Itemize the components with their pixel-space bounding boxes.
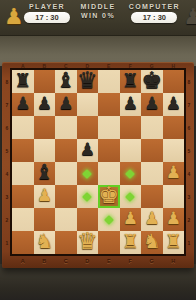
piece-white-king: ♚ bbox=[98, 185, 120, 208]
square-f6[interactable] bbox=[120, 116, 142, 139]
square-c6[interactable] bbox=[55, 116, 77, 139]
coord-label: 4 bbox=[3, 162, 11, 185]
header-bar: ♟ PLAYER 17 : 30 MIDDLE WIN 0% COMPUTER … bbox=[0, 0, 196, 36]
piece-black-rook: ♜ bbox=[120, 70, 142, 93]
coord-label: F bbox=[120, 258, 142, 264]
square-g6[interactable] bbox=[141, 116, 163, 139]
square-h7[interactable]: ♟ bbox=[163, 93, 185, 116]
square-h1[interactable]: ♜ bbox=[163, 231, 185, 254]
square-h2[interactable]: ♟ bbox=[163, 208, 185, 231]
square-b2[interactable] bbox=[34, 208, 56, 231]
coord-label: D bbox=[77, 258, 99, 264]
square-a5[interactable] bbox=[12, 139, 34, 162]
piece-white-pawn: ♟ bbox=[34, 185, 56, 208]
square-e2[interactable] bbox=[98, 208, 120, 231]
square-d2[interactable] bbox=[77, 208, 99, 231]
coord-label: H bbox=[163, 62, 185, 70]
legal-move-indicator[interactable] bbox=[125, 192, 135, 202]
coord-label: H bbox=[163, 258, 185, 264]
square-e6[interactable] bbox=[98, 116, 120, 139]
square-a8[interactable]: ♜ bbox=[12, 70, 34, 93]
coord-label: 2 bbox=[185, 208, 193, 231]
piece-white-rook: ♜ bbox=[163, 231, 185, 254]
rank-labels-right: 87654321 bbox=[185, 70, 193, 254]
square-d6[interactable] bbox=[77, 116, 99, 139]
square-b6[interactable] bbox=[34, 116, 56, 139]
player-piece-icon: ♟ bbox=[4, 2, 24, 32]
coord-label: G bbox=[141, 258, 163, 264]
square-d1[interactable]: ♛ bbox=[77, 231, 99, 254]
piece-black-bishop: ♝ bbox=[34, 162, 56, 185]
square-g7[interactable]: ♟ bbox=[141, 93, 163, 116]
square-a1[interactable] bbox=[12, 231, 34, 254]
square-d8[interactable]: ♛ bbox=[77, 70, 99, 93]
coord-label: 6 bbox=[3, 116, 11, 139]
square-g8[interactable]: ♚ bbox=[141, 70, 163, 93]
coord-label: C bbox=[55, 62, 77, 70]
square-f1[interactable]: ♜ bbox=[120, 231, 142, 254]
background-lower bbox=[0, 264, 196, 300]
coord-label: G bbox=[141, 62, 163, 70]
coord-label: 8 bbox=[3, 70, 11, 93]
file-labels-bottom: ABCDEFGH bbox=[12, 255, 184, 267]
square-a7[interactable]: ♟ bbox=[12, 93, 34, 116]
square-c1[interactable] bbox=[55, 231, 77, 254]
coord-label: 7 bbox=[185, 93, 193, 116]
square-a4[interactable] bbox=[12, 162, 34, 185]
coord-label: C bbox=[55, 258, 77, 264]
square-g5[interactable] bbox=[141, 139, 163, 162]
coord-label: 5 bbox=[185, 139, 193, 162]
square-b3[interactable]: ♟ bbox=[34, 185, 56, 208]
win-percentage: WIN 0% bbox=[81, 12, 115, 19]
square-d4[interactable] bbox=[77, 162, 99, 185]
square-b5[interactable] bbox=[34, 139, 56, 162]
square-a3[interactable] bbox=[12, 185, 34, 208]
piece-black-pawn: ♟ bbox=[12, 93, 34, 116]
square-e8[interactable] bbox=[98, 70, 120, 93]
square-f2[interactable]: ♟ bbox=[120, 208, 142, 231]
coord-label: 5 bbox=[3, 139, 11, 162]
piece-white-pawn: ♟ bbox=[163, 162, 185, 185]
rank-labels-left: 87654321 bbox=[3, 70, 11, 254]
square-a2[interactable] bbox=[12, 208, 34, 231]
piece-white-pawn: ♟ bbox=[163, 208, 185, 231]
piece-black-queen: ♛ bbox=[77, 70, 99, 93]
coord-label: 7 bbox=[3, 93, 11, 116]
square-d3[interactable] bbox=[77, 185, 99, 208]
square-e1[interactable] bbox=[98, 231, 120, 254]
coord-label: A bbox=[12, 62, 34, 70]
coord-label: 3 bbox=[3, 185, 11, 208]
square-g1[interactable]: ♞ bbox=[141, 231, 163, 254]
legal-move-indicator[interactable] bbox=[104, 215, 114, 225]
difficulty-label[interactable]: MIDDLE bbox=[80, 3, 115, 10]
coord-label: D bbox=[77, 62, 99, 70]
square-e4[interactable] bbox=[98, 162, 120, 185]
square-h3[interactable] bbox=[163, 185, 185, 208]
square-h5[interactable] bbox=[163, 139, 185, 162]
player-label: PLAYER bbox=[29, 3, 65, 10]
coord-label: B bbox=[34, 62, 56, 70]
square-h4[interactable]: ♟ bbox=[163, 162, 185, 185]
piece-black-bishop: ♝ bbox=[55, 70, 77, 93]
piece-white-queen: ♛ bbox=[77, 231, 99, 254]
coord-label: 4 bbox=[185, 162, 193, 185]
square-g2[interactable]: ♟ bbox=[141, 208, 163, 231]
coord-label: A bbox=[12, 258, 34, 264]
square-e7[interactable] bbox=[98, 93, 120, 116]
coord-label: 2 bbox=[3, 208, 11, 231]
square-a6[interactable] bbox=[12, 116, 34, 139]
coord-label: 1 bbox=[3, 231, 11, 254]
square-c4[interactable] bbox=[55, 162, 77, 185]
piece-black-pawn: ♟ bbox=[77, 139, 99, 162]
computer-timer: 17 : 30 bbox=[131, 12, 177, 23]
square-c3[interactable] bbox=[55, 185, 77, 208]
legal-move-indicator[interactable] bbox=[82, 192, 92, 202]
square-f4[interactable] bbox=[120, 162, 142, 185]
piece-black-pawn: ♟ bbox=[34, 93, 56, 116]
square-h6[interactable] bbox=[163, 116, 185, 139]
square-g3[interactable] bbox=[141, 185, 163, 208]
coord-label: B bbox=[34, 258, 56, 264]
square-d5[interactable]: ♟ bbox=[77, 139, 99, 162]
piece-black-pawn: ♟ bbox=[163, 93, 185, 116]
square-e5[interactable] bbox=[98, 139, 120, 162]
piece-white-rook: ♜ bbox=[120, 231, 142, 254]
square-h8[interactable] bbox=[163, 70, 185, 93]
square-b4[interactable]: ♝ bbox=[34, 162, 56, 185]
square-c5[interactable] bbox=[55, 139, 77, 162]
square-g4[interactable] bbox=[141, 162, 163, 185]
square-c2[interactable] bbox=[55, 208, 77, 231]
square-d7[interactable] bbox=[77, 93, 99, 116]
square-f5[interactable] bbox=[120, 139, 142, 162]
coord-label: 1 bbox=[185, 231, 193, 254]
piece-black-rook: ♜ bbox=[12, 70, 34, 93]
square-f3[interactable] bbox=[120, 185, 142, 208]
piece-white-pawn: ♟ bbox=[141, 208, 163, 231]
square-e3[interactable]: ♚ bbox=[98, 185, 120, 208]
piece-black-king: ♚ bbox=[141, 70, 163, 93]
coord-label: E bbox=[98, 62, 120, 70]
chess-board: ♜♝♛♜♚♟♟♟♟♟♟♟♝♟♟♚♟♟♟♞♛♜♞♜ bbox=[12, 70, 184, 254]
coord-label: 3 bbox=[185, 185, 193, 208]
square-b1[interactable]: ♞ bbox=[34, 231, 56, 254]
piece-black-pawn: ♟ bbox=[120, 93, 142, 116]
piece-white-knight: ♞ bbox=[141, 231, 163, 254]
coord-label: 6 bbox=[185, 116, 193, 139]
legal-move-indicator[interactable] bbox=[125, 169, 135, 179]
piece-white-pawn: ♟ bbox=[120, 208, 142, 231]
piece-black-pawn: ♟ bbox=[141, 93, 163, 116]
square-c8[interactable]: ♝ bbox=[55, 70, 77, 93]
coord-label: E bbox=[98, 258, 120, 264]
piece-white-knight: ♞ bbox=[34, 231, 56, 254]
legal-move-indicator[interactable] bbox=[82, 169, 92, 179]
piece-black-pawn: ♟ bbox=[55, 93, 77, 116]
square-f8[interactable]: ♜ bbox=[120, 70, 142, 93]
computer-label: COMPUTER bbox=[129, 3, 180, 10]
chess-board-frame: ABCDEFGH ABCDEFGH 87654321 87654321 ♜♝♛♜… bbox=[2, 62, 194, 268]
coord-label: 8 bbox=[185, 70, 193, 93]
computer-piece-icon: ♟ bbox=[183, 2, 196, 32]
square-c7[interactable]: ♟ bbox=[55, 93, 77, 116]
coord-label: F bbox=[120, 62, 142, 70]
file-labels-top: ABCDEFGH bbox=[12, 62, 184, 70]
square-f7[interactable]: ♟ bbox=[120, 93, 142, 116]
square-b8[interactable] bbox=[34, 70, 56, 93]
square-b7[interactable]: ♟ bbox=[34, 93, 56, 116]
